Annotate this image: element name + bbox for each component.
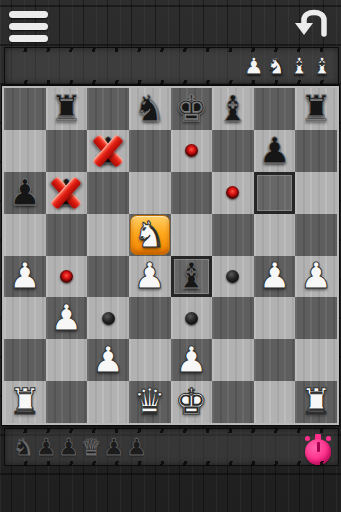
square-h5[interactable] xyxy=(295,214,337,256)
chess-board[interactable]: ♜♞♚♝♜♟♟♟♟♞♟♟♝♟♟♟♟♟♜♛♚♜ xyxy=(2,86,339,425)
square-e6[interactable] xyxy=(171,172,213,214)
square-c5[interactable] xyxy=(87,214,129,256)
square-g5[interactable] xyxy=(254,214,296,256)
piece-bR-b8[interactable]: ♜ xyxy=(50,89,82,129)
square-e8[interactable]: ♚ xyxy=(171,88,213,130)
square-e1[interactable]: ♚ xyxy=(171,381,213,423)
square-b3[interactable]: ♟ xyxy=(46,297,88,339)
captured-piece-bP: ♟ xyxy=(36,436,57,459)
captured-white-pieces: ♟♞♝♝ xyxy=(244,48,333,84)
square-c7[interactable]: ♟ xyxy=(87,130,129,172)
square-c3[interactable] xyxy=(87,297,129,339)
square-b2[interactable] xyxy=(46,339,88,381)
square-c8[interactable] xyxy=(87,88,129,130)
undo-arrow-icon xyxy=(292,6,334,38)
piece-bP-g7[interactable]: ♟ xyxy=(258,131,290,171)
square-f1[interactable] xyxy=(212,381,254,423)
square-d3[interactable] xyxy=(129,297,171,339)
captured-piece-bP: ♟ xyxy=(126,436,147,459)
square-a2[interactable] xyxy=(4,339,46,381)
square-d1[interactable]: ♛ xyxy=(129,381,171,423)
piece-bB-f8[interactable]: ♝ xyxy=(217,89,249,129)
square-h6[interactable] xyxy=(295,172,337,214)
square-a6[interactable]: ♟ xyxy=(4,172,46,214)
piece-wP-e2[interactable]: ♟ xyxy=(175,340,207,380)
square-g1[interactable] xyxy=(254,381,296,423)
square-f5[interactable] xyxy=(212,214,254,256)
square-h8[interactable]: ♜ xyxy=(295,88,337,130)
undo-button[interactable] xyxy=(292,6,334,38)
captured-piece-wN: ♞ xyxy=(266,55,287,78)
square-b7[interactable] xyxy=(46,130,88,172)
square-a5[interactable] xyxy=(4,214,46,256)
move-dot-red[interactable] xyxy=(185,144,198,157)
piece-wN-d5[interactable]: ♞ xyxy=(134,215,166,255)
captured-pieces-tray-top: ♟♞♝♝ xyxy=(4,47,339,85)
square-a8[interactable] xyxy=(4,88,46,130)
square-f2[interactable] xyxy=(212,339,254,381)
square-h1[interactable]: ♜ xyxy=(295,381,337,423)
square-e4[interactable]: ♝ xyxy=(171,256,213,298)
piece-bR-h8[interactable]: ♜ xyxy=(300,89,332,129)
piece-wP-g4[interactable]: ♟ xyxy=(258,256,290,296)
move-dot-red[interactable] xyxy=(226,186,239,199)
square-d7[interactable] xyxy=(129,130,171,172)
square-d6[interactable] xyxy=(129,172,171,214)
captured-piece-bP: ♟ xyxy=(104,436,125,459)
piece-wQ-d1[interactable]: ♛ xyxy=(134,382,166,422)
square-d5[interactable]: ♞ xyxy=(129,214,171,256)
square-g2[interactable] xyxy=(254,339,296,381)
captured-piece-bN: ♞ xyxy=(13,436,34,459)
square-h3[interactable] xyxy=(295,297,337,339)
hamburger-icon xyxy=(9,11,48,18)
square-c6[interactable] xyxy=(87,172,129,214)
square-e5[interactable] xyxy=(171,214,213,256)
square-e7[interactable] xyxy=(171,130,213,172)
captured-piece-wP: ♟ xyxy=(244,55,265,78)
square-g8[interactable] xyxy=(254,88,296,130)
square-h4[interactable]: ♟ xyxy=(295,256,337,298)
square-c4[interactable] xyxy=(87,256,129,298)
square-e2[interactable]: ♟ xyxy=(171,339,213,381)
piece-wR-h1[interactable]: ♜ xyxy=(300,382,332,422)
last-move-outline xyxy=(254,172,296,214)
piece-wR-a1[interactable]: ♜ xyxy=(9,382,41,422)
square-d2[interactable] xyxy=(129,339,171,381)
square-a3[interactable] xyxy=(4,297,46,339)
square-c2[interactable]: ♟ xyxy=(87,339,129,381)
captured-black-pieces: ♞♟♟♛♟♟ xyxy=(13,429,147,465)
square-f7[interactable] xyxy=(212,130,254,172)
piece-wP-d4[interactable]: ♟ xyxy=(134,256,166,296)
square-g7[interactable]: ♟ xyxy=(254,130,296,172)
piece-wP-a4[interactable]: ♟ xyxy=(9,256,41,296)
square-f8[interactable]: ♝ xyxy=(212,88,254,130)
captured-piece-bP: ♟ xyxy=(58,436,79,459)
move-dot-black[interactable] xyxy=(185,312,198,325)
square-h2[interactable] xyxy=(295,339,337,381)
piece-wP-b3[interactable]: ♟ xyxy=(50,298,82,338)
square-a7[interactable] xyxy=(4,130,46,172)
square-d4[interactable]: ♟ xyxy=(129,256,171,298)
captured-piece-wB: ♝ xyxy=(311,55,332,78)
menu-button[interactable] xyxy=(9,11,49,41)
square-a1[interactable]: ♜ xyxy=(4,381,46,423)
square-b5[interactable] xyxy=(46,214,88,256)
piece-wK-e1[interactable]: ♚ xyxy=(175,382,207,422)
captured-piece-bQ: ♛ xyxy=(81,436,102,459)
piece-bN-d8[interactable]: ♞ xyxy=(134,89,166,129)
piece-bB-e4[interactable]: ♝ xyxy=(175,256,207,296)
piece-bK-e8[interactable]: ♚ xyxy=(175,89,207,129)
square-f6[interactable] xyxy=(212,172,254,214)
square-g4[interactable]: ♟ xyxy=(254,256,296,298)
square-a4[interactable]: ♟ xyxy=(4,256,46,298)
piece-wP-h4[interactable]: ♟ xyxy=(300,256,332,296)
move-dot-black[interactable] xyxy=(102,312,115,325)
chess-app-screen: ♟♞♝♝ ♜♞♚♝♜♟♟♟♟♞♟♟♝♟♟♟♟♟♜♛♚♜ ♞♟♟♛♟♟ xyxy=(0,0,341,512)
move-dot-red[interactable] xyxy=(60,270,73,283)
square-h7[interactable] xyxy=(295,130,337,172)
square-b4[interactable] xyxy=(46,256,88,298)
captured-piece-wB: ♝ xyxy=(289,55,310,78)
move-dot-black[interactable] xyxy=(226,270,239,283)
square-c1[interactable] xyxy=(87,381,129,423)
square-b8[interactable]: ♜ xyxy=(46,88,88,130)
square-b1[interactable] xyxy=(46,381,88,423)
captured-pieces-tray-bottom: ♞♟♟♛♟♟ xyxy=(4,428,339,466)
square-g6[interactable] xyxy=(254,172,296,214)
square-d8[interactable]: ♞ xyxy=(129,88,171,130)
square-f4[interactable] xyxy=(212,256,254,298)
square-e3[interactable] xyxy=(171,297,213,339)
stopwatch-timer-icon xyxy=(302,434,334,465)
square-b6[interactable]: ♟ xyxy=(46,172,88,214)
capture-x-marker[interactable] xyxy=(89,130,127,172)
piece-bP-a6[interactable]: ♟ xyxy=(9,173,41,213)
capture-x-marker[interactable] xyxy=(47,172,85,214)
square-f3[interactable] xyxy=(212,297,254,339)
piece-wP-c2[interactable]: ♟ xyxy=(92,340,124,380)
square-g3[interactable] xyxy=(254,297,296,339)
